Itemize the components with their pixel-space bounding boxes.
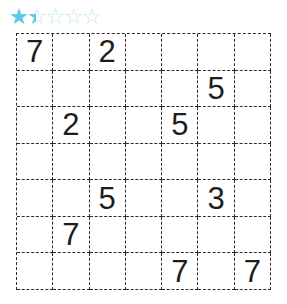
cell-r3c6[interactable] — [198, 107, 234, 144]
cell-r4c5[interactable] — [162, 144, 198, 181]
cell-r6c7[interactable] — [235, 217, 271, 254]
cell-r2c5[interactable] — [162, 71, 198, 108]
cell-r4c7[interactable] — [235, 144, 271, 181]
cell-r3c1[interactable] — [17, 107, 53, 144]
star-icon-half: ☆★ — [27, 6, 45, 28]
cell-r7c1[interactable] — [17, 253, 53, 290]
cell-r7c6[interactable] — [198, 253, 234, 290]
star-icon-empty: ☆ — [64, 6, 82, 28]
cell-r3c4[interactable] — [126, 107, 162, 144]
cell-r3c3[interactable] — [90, 107, 126, 144]
cell-r4c2[interactable] — [53, 144, 89, 181]
star-icon-empty: ☆ — [82, 6, 100, 28]
cell-r4c3[interactable] — [90, 144, 126, 181]
puzzle-grid: 7252553777 — [16, 33, 271, 290]
cell-r7c2[interactable] — [53, 253, 89, 290]
cell-r6c1[interactable] — [17, 217, 53, 254]
cell-r1c7[interactable] — [235, 34, 271, 71]
cell-r1c1[interactable]: 7 — [17, 34, 53, 71]
cell-r7c7[interactable]: 7 — [235, 253, 271, 290]
cell-r2c3[interactable] — [90, 71, 126, 108]
star-icon-empty: ☆ — [45, 6, 63, 28]
cell-r3c5[interactable]: 5 — [162, 107, 198, 144]
star-icon-filled: ☆★ — [9, 6, 27, 28]
cell-r7c5[interactable]: 7 — [162, 253, 198, 290]
cell-r1c2[interactable] — [53, 34, 89, 71]
cell-r2c2[interactable] — [53, 71, 89, 108]
puzzle-screen: ☆★☆★☆☆☆ 7252553777 — [0, 0, 287, 304]
cell-r3c2[interactable]: 2 — [53, 107, 89, 144]
cell-r4c6[interactable] — [198, 144, 234, 181]
cell-r4c1[interactable] — [17, 144, 53, 181]
cell-r2c1[interactable] — [17, 71, 53, 108]
cell-r6c4[interactable] — [126, 217, 162, 254]
cell-r6c5[interactable] — [162, 217, 198, 254]
cell-r1c6[interactable] — [198, 34, 234, 71]
cell-r7c4[interactable] — [126, 253, 162, 290]
cell-r5c7[interactable] — [235, 180, 271, 217]
cell-r5c5[interactable] — [162, 180, 198, 217]
cell-r5c3[interactable]: 5 — [90, 180, 126, 217]
cell-r1c5[interactable] — [162, 34, 198, 71]
cell-r5c4[interactable] — [126, 180, 162, 217]
cell-r6c2[interactable]: 7 — [53, 217, 89, 254]
cell-r5c1[interactable] — [17, 180, 53, 217]
cell-r2c6[interactable]: 5 — [198, 71, 234, 108]
cell-r5c6[interactable]: 3 — [198, 180, 234, 217]
cell-r6c6[interactable] — [198, 217, 234, 254]
cell-r5c2[interactable] — [53, 180, 89, 217]
cell-r2c4[interactable] — [126, 71, 162, 108]
cell-r7c3[interactable] — [90, 253, 126, 290]
cell-r2c7[interactable] — [235, 71, 271, 108]
cell-r1c3[interactable]: 2 — [90, 34, 126, 71]
difficulty-rating: ☆★☆★☆☆☆ — [9, 6, 100, 28]
cell-r6c3[interactable] — [90, 217, 126, 254]
cell-r1c4[interactable] — [126, 34, 162, 71]
cell-r4c4[interactable] — [126, 144, 162, 181]
cell-r3c7[interactable] — [235, 107, 271, 144]
